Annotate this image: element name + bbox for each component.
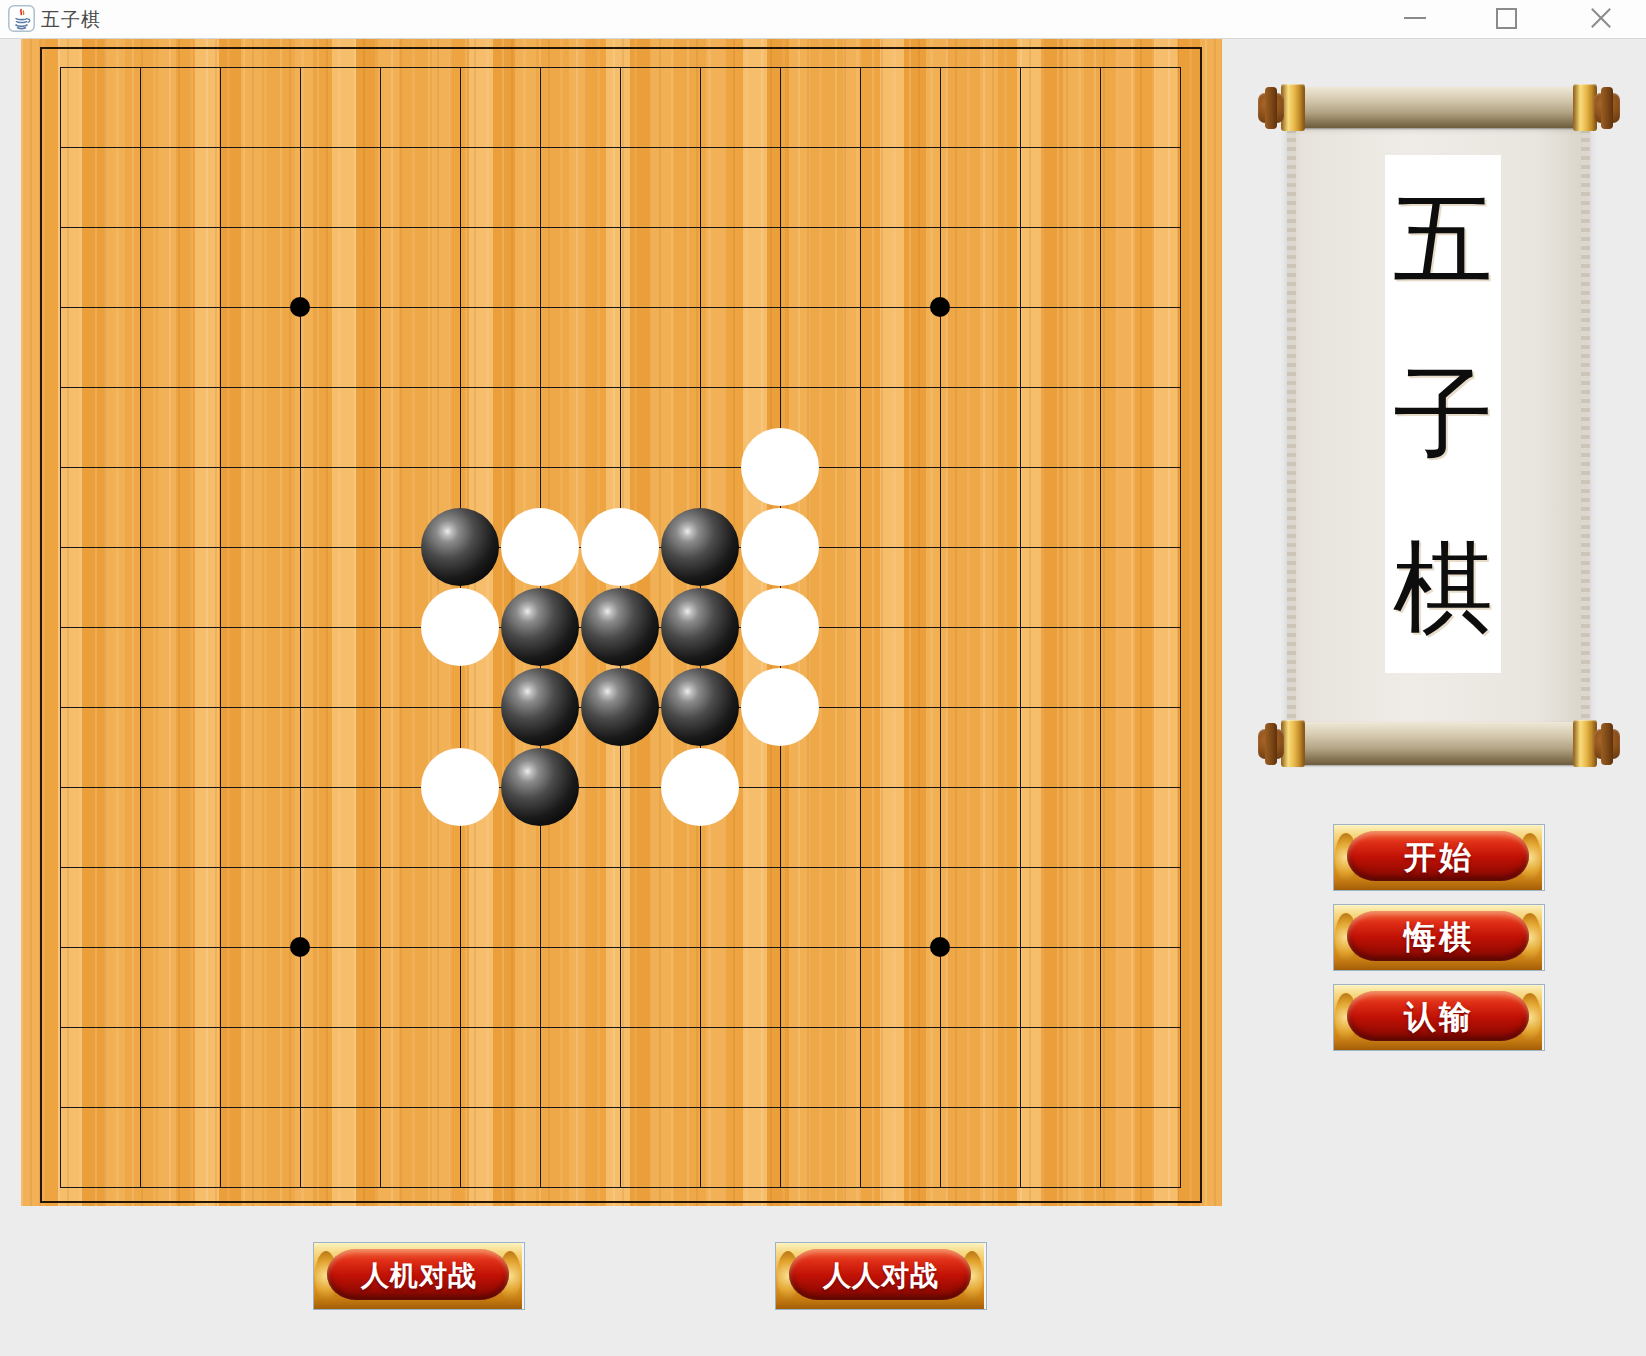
gomoku-board-grid[interactable] bbox=[60, 67, 1181, 1188]
grid-cell bbox=[61, 388, 141, 468]
grid-cell bbox=[701, 148, 781, 228]
grid-cell bbox=[541, 148, 621, 228]
grid-cell bbox=[1101, 628, 1181, 708]
grid-cell bbox=[461, 308, 541, 388]
grid-cell bbox=[861, 68, 941, 148]
grid-cell bbox=[541, 628, 621, 708]
grid-cell bbox=[1021, 1028, 1101, 1108]
grid-cell bbox=[141, 148, 221, 228]
grid-cell bbox=[861, 548, 941, 628]
grid-cell bbox=[1101, 228, 1181, 308]
window-title: 五子棋 bbox=[41, 7, 101, 33]
grid-cell bbox=[221, 388, 301, 468]
grid-cell bbox=[61, 68, 141, 148]
grid-cell bbox=[1021, 1108, 1101, 1188]
undo-move-button-label: 悔棋 bbox=[1334, 905, 1544, 970]
grid-cell bbox=[141, 1028, 221, 1108]
grid-cell bbox=[1101, 1108, 1181, 1188]
grid-cell bbox=[61, 788, 141, 868]
grid-cell bbox=[221, 308, 301, 388]
grid-cell bbox=[941, 548, 1021, 628]
scroll-knob bbox=[1258, 93, 1284, 123]
grid-cell bbox=[1101, 68, 1181, 148]
grid-cell bbox=[941, 708, 1021, 788]
grid-cell bbox=[621, 628, 701, 708]
grid-cell bbox=[61, 708, 141, 788]
grid-cell bbox=[221, 868, 301, 948]
grid-cell bbox=[461, 228, 541, 308]
grid-cell bbox=[301, 628, 381, 708]
grid-cell bbox=[941, 308, 1021, 388]
grid-cell bbox=[1021, 308, 1101, 388]
grid-cell bbox=[781, 68, 861, 148]
grid-cell bbox=[301, 788, 381, 868]
grid-cell bbox=[621, 1108, 701, 1188]
grid-cell bbox=[301, 708, 381, 788]
grid-cell bbox=[61, 628, 141, 708]
grid-cell bbox=[621, 228, 701, 308]
grid-cell bbox=[861, 228, 941, 308]
grid-cell bbox=[941, 148, 1021, 228]
grid-cell bbox=[461, 868, 541, 948]
grid-cell bbox=[1021, 388, 1101, 468]
grid-cell bbox=[541, 548, 621, 628]
grid-cell bbox=[1101, 948, 1181, 1028]
grid-cell bbox=[861, 1028, 941, 1108]
grid-cell bbox=[301, 228, 381, 308]
grid-cell bbox=[701, 708, 781, 788]
grid-cell bbox=[1101, 1028, 1181, 1108]
gomoku-board bbox=[21, 39, 1222, 1206]
grid-cell bbox=[461, 548, 541, 628]
grid-cell bbox=[861, 1108, 941, 1188]
grid-cell bbox=[381, 148, 461, 228]
grid-cell bbox=[1021, 868, 1101, 948]
scroll-char-2: 子 bbox=[1393, 339, 1493, 489]
scroll-char-3: 棋 bbox=[1393, 513, 1493, 663]
grid-cell bbox=[461, 68, 541, 148]
grid-cell bbox=[141, 68, 221, 148]
grid-cell bbox=[621, 1028, 701, 1108]
grid-cell bbox=[461, 468, 541, 548]
grid-cell bbox=[381, 388, 461, 468]
titlebar: 五子棋 bbox=[0, 0, 1646, 39]
grid-cell bbox=[1101, 868, 1181, 948]
java-app-icon bbox=[8, 5, 35, 32]
grid-cell bbox=[621, 788, 701, 868]
start-button[interactable]: 开始 bbox=[1333, 824, 1545, 891]
grid-cell bbox=[941, 628, 1021, 708]
grid-cell bbox=[1021, 148, 1101, 228]
grid-cell bbox=[1021, 548, 1101, 628]
grid-cell bbox=[221, 708, 301, 788]
grid-cell bbox=[381, 68, 461, 148]
grid-cell bbox=[141, 708, 221, 788]
grid-cell bbox=[221, 628, 301, 708]
grid-cell bbox=[861, 468, 941, 548]
grid-cell bbox=[221, 468, 301, 548]
grid-cell bbox=[61, 948, 141, 1028]
scroll-top-roller bbox=[1283, 87, 1595, 128]
grid-cell bbox=[941, 948, 1021, 1028]
grid-cell bbox=[541, 228, 621, 308]
grid-cell bbox=[381, 628, 461, 708]
grid-cell bbox=[1101, 708, 1181, 788]
grid-cell bbox=[781, 708, 861, 788]
grid-cell bbox=[781, 788, 861, 868]
grid-cell bbox=[541, 468, 621, 548]
grid-cell bbox=[941, 1028, 1021, 1108]
grid-cell bbox=[141, 228, 221, 308]
grid-cell bbox=[461, 948, 541, 1028]
grid-cell bbox=[1101, 388, 1181, 468]
grid-cell bbox=[1021, 628, 1101, 708]
grid-cell bbox=[301, 388, 381, 468]
grid-cell bbox=[301, 1108, 381, 1188]
grid-cell bbox=[781, 148, 861, 228]
grid-cell bbox=[621, 948, 701, 1028]
grid-cell bbox=[301, 308, 381, 388]
grid-cell bbox=[1021, 788, 1101, 868]
grid-cell bbox=[701, 308, 781, 388]
grid-cell bbox=[1021, 468, 1101, 548]
grid-cell bbox=[621, 68, 701, 148]
close-button[interactable] bbox=[1577, 0, 1623, 36]
grid-cell bbox=[141, 1108, 221, 1188]
grid-cell bbox=[221, 788, 301, 868]
grid-cell bbox=[381, 868, 461, 948]
human-vs-human-label: 人人对战 bbox=[776, 1243, 986, 1309]
grid-cell bbox=[621, 708, 701, 788]
minimize-button[interactable] bbox=[1392, 0, 1438, 36]
grid-cell bbox=[701, 468, 781, 548]
scroll-knob bbox=[1594, 93, 1620, 123]
scroll-char-1: 五 bbox=[1393, 165, 1493, 315]
grid-cell bbox=[701, 1028, 781, 1108]
resign-button[interactable]: 认输 bbox=[1333, 984, 1545, 1051]
human-vs-human-button[interactable]: 人人对战 bbox=[775, 1242, 987, 1310]
grid-cell bbox=[541, 788, 621, 868]
grid-cell bbox=[221, 1028, 301, 1108]
grid-cell bbox=[301, 68, 381, 148]
grid-cell bbox=[861, 388, 941, 468]
grid-cell bbox=[301, 548, 381, 628]
grid-cell bbox=[141, 948, 221, 1028]
grid-cell bbox=[381, 228, 461, 308]
start-button-label: 开始 bbox=[1334, 825, 1544, 890]
grid-cell bbox=[61, 228, 141, 308]
grid-cell bbox=[61, 868, 141, 948]
grid-cell bbox=[621, 308, 701, 388]
grid-cell bbox=[61, 1028, 141, 1108]
grid-cell bbox=[461, 148, 541, 228]
grid-cell bbox=[61, 548, 141, 628]
maximize-button[interactable] bbox=[1483, 0, 1529, 36]
grid-cell bbox=[541, 388, 621, 468]
grid-cell bbox=[781, 308, 861, 388]
grid-cell bbox=[701, 1108, 781, 1188]
grid-cell bbox=[381, 1028, 461, 1108]
grid-cell bbox=[381, 308, 461, 388]
grid-cell bbox=[701, 548, 781, 628]
maximize-icon bbox=[1496, 8, 1517, 29]
grid-cell bbox=[861, 788, 941, 868]
grid-cell bbox=[381, 948, 461, 1028]
grid-cell bbox=[941, 1108, 1021, 1188]
grid-cell bbox=[221, 148, 301, 228]
grid-cell bbox=[861, 868, 941, 948]
resign-button-label: 认输 bbox=[1334, 985, 1544, 1050]
grid-cell bbox=[541, 308, 621, 388]
grid-cell bbox=[781, 388, 861, 468]
grid-cell bbox=[221, 948, 301, 1028]
grid-cell bbox=[381, 788, 461, 868]
grid-cell bbox=[941, 68, 1021, 148]
grid-cell bbox=[141, 548, 221, 628]
grid-cell bbox=[861, 148, 941, 228]
grid-cell bbox=[781, 468, 861, 548]
grid-cell bbox=[1101, 468, 1181, 548]
grid-cell bbox=[301, 148, 381, 228]
grid-cell bbox=[781, 948, 861, 1028]
grid-cell bbox=[541, 1028, 621, 1108]
grid-cell bbox=[621, 148, 701, 228]
grid-cell bbox=[221, 228, 301, 308]
grid-cell bbox=[621, 548, 701, 628]
grid-cell bbox=[221, 1108, 301, 1188]
grid-cell bbox=[941, 228, 1021, 308]
grid-cell bbox=[621, 468, 701, 548]
grid-cell bbox=[301, 468, 381, 548]
grid-cell bbox=[381, 548, 461, 628]
grid-cell bbox=[1021, 68, 1101, 148]
grid-cell bbox=[461, 1028, 541, 1108]
grid-cell bbox=[381, 708, 461, 788]
grid-cell bbox=[701, 868, 781, 948]
grid-cell bbox=[861, 308, 941, 388]
grid-cell bbox=[141, 628, 221, 708]
title-scroll: 五 子 棋 bbox=[1258, 85, 1620, 765]
grid-cell bbox=[1101, 788, 1181, 868]
grid-cell bbox=[461, 708, 541, 788]
undo-move-button[interactable]: 悔棋 bbox=[1333, 904, 1545, 971]
grid-cell bbox=[61, 1108, 141, 1188]
grid-cell bbox=[541, 708, 621, 788]
grid-cell bbox=[141, 788, 221, 868]
grid-cell bbox=[541, 948, 621, 1028]
grid-cell bbox=[461, 628, 541, 708]
grid-cell bbox=[381, 468, 461, 548]
grid-cell bbox=[221, 68, 301, 148]
scroll-knob bbox=[1594, 729, 1620, 759]
grid-cell bbox=[861, 708, 941, 788]
grid-cell bbox=[301, 1028, 381, 1108]
grid-cell bbox=[301, 868, 381, 948]
grid-cell bbox=[781, 228, 861, 308]
scroll-title-panel: 五 子 棋 bbox=[1385, 155, 1501, 673]
human-vs-computer-label: 人机对战 bbox=[314, 1243, 524, 1309]
grid-cell bbox=[701, 388, 781, 468]
grid-cell bbox=[781, 1108, 861, 1188]
grid-cell bbox=[781, 1028, 861, 1108]
grid-cell bbox=[1021, 228, 1101, 308]
grid-cell bbox=[61, 148, 141, 228]
minimize-icon bbox=[1404, 17, 1426, 19]
human-vs-computer-button[interactable]: 人机对战 bbox=[313, 1242, 525, 1310]
grid-cell bbox=[541, 868, 621, 948]
grid-cell bbox=[301, 948, 381, 1028]
grid-cell bbox=[701, 628, 781, 708]
grid-cell bbox=[461, 388, 541, 468]
grid-cell bbox=[621, 388, 701, 468]
grid-cell bbox=[861, 628, 941, 708]
grid-cell bbox=[861, 948, 941, 1028]
grid-cell bbox=[541, 68, 621, 148]
grid-cell bbox=[141, 388, 221, 468]
grid-cell bbox=[1021, 708, 1101, 788]
grid-cell bbox=[701, 788, 781, 868]
gomoku-app-window: { "game": "Gomoku (Five-in-a-Row / 五子棋)"… bbox=[0, 0, 1646, 1356]
grid-cell bbox=[141, 468, 221, 548]
grid-cell bbox=[781, 628, 861, 708]
grid-cell bbox=[941, 868, 1021, 948]
grid-cell bbox=[61, 468, 141, 548]
grid-cell bbox=[61, 308, 141, 388]
grid-cell bbox=[701, 948, 781, 1028]
grid-cell bbox=[1101, 308, 1181, 388]
grid-cell bbox=[141, 308, 221, 388]
grid-cell bbox=[941, 388, 1021, 468]
grid-cell bbox=[701, 228, 781, 308]
grid-cell bbox=[1101, 148, 1181, 228]
scroll-bottom-roller bbox=[1283, 722, 1595, 765]
grid-cell bbox=[941, 788, 1021, 868]
grid-cell bbox=[701, 68, 781, 148]
grid-cell bbox=[461, 788, 541, 868]
grid-cell bbox=[541, 1108, 621, 1188]
grid-cell bbox=[221, 548, 301, 628]
grid-cell bbox=[381, 1108, 461, 1188]
grid-cell bbox=[941, 468, 1021, 548]
grid-cell bbox=[1101, 548, 1181, 628]
scroll-knob bbox=[1258, 729, 1284, 759]
grid-cell bbox=[1021, 948, 1101, 1028]
grid-cell bbox=[461, 1108, 541, 1188]
grid-cell bbox=[781, 548, 861, 628]
grid-cell bbox=[621, 868, 701, 948]
grid-cell bbox=[141, 868, 221, 948]
grid-cell bbox=[781, 868, 861, 948]
